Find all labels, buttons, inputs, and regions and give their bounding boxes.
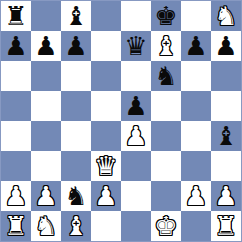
square-h5[interactable] [211, 91, 241, 121]
square-h7[interactable]: ♟ [211, 31, 241, 61]
square-f2[interactable] [151, 181, 181, 211]
square-c6[interactable] [61, 61, 91, 91]
square-b5[interactable] [31, 91, 61, 121]
square-h3[interactable] [211, 151, 241, 181]
square-f7[interactable]: ♝ [151, 31, 181, 61]
square-e6[interactable] [121, 61, 151, 91]
black-queen[interactable]: ♛ [124, 31, 147, 61]
square-c2[interactable]: ♞ [61, 181, 91, 211]
square-f4[interactable] [151, 121, 181, 151]
square-f1[interactable]: ♚ [151, 211, 181, 241]
square-d1[interactable] [91, 211, 121, 241]
square-d8[interactable] [91, 1, 121, 31]
white-bishop[interactable]: ♝ [154, 31, 177, 61]
square-b6[interactable] [31, 61, 61, 91]
black-rook[interactable]: ♜ [4, 1, 27, 31]
white-king[interactable]: ♚ [154, 211, 177, 241]
square-b4[interactable] [31, 121, 61, 151]
square-b7[interactable]: ♟ [31, 31, 61, 61]
square-b3[interactable] [31, 151, 61, 181]
white-bishop[interactable]: ♝ [64, 211, 87, 241]
square-g3[interactable] [181, 151, 211, 181]
black-king[interactable]: ♚ [154, 1, 177, 31]
square-h2[interactable]: ♟ [211, 181, 241, 211]
square-a2[interactable]: ♟ [1, 181, 31, 211]
black-knight[interactable]: ♞ [154, 61, 177, 91]
square-e5[interactable]: ♟ [121, 91, 151, 121]
square-a4[interactable] [1, 121, 31, 151]
white-knight[interactable]: ♞ [214, 1, 237, 31]
black-pawn[interactable]: ♟ [214, 31, 237, 61]
white-queen[interactable]: ♛ [94, 151, 117, 181]
square-h4[interactable]: ♝ [211, 121, 241, 151]
square-a6[interactable] [1, 61, 31, 91]
square-e8[interactable] [121, 1, 151, 31]
square-d2[interactable]: ♟ [91, 181, 121, 211]
black-pawn[interactable]: ♟ [124, 91, 147, 121]
square-c4[interactable] [61, 121, 91, 151]
square-a3[interactable] [1, 151, 31, 181]
black-bishop[interactable]: ♝ [64, 1, 87, 31]
chess-board: ♜♝♚♞♟♟♟♛♝♟♟♞♟♟♝♛♟♟♞♟♟♟♜♞♝♚♜ [0, 0, 242, 242]
square-c5[interactable] [61, 91, 91, 121]
square-d5[interactable] [91, 91, 121, 121]
square-d4[interactable] [91, 121, 121, 151]
square-g7[interactable]: ♟ [181, 31, 211, 61]
square-c1[interactable]: ♝ [61, 211, 91, 241]
square-g8[interactable] [181, 1, 211, 31]
square-f6[interactable]: ♞ [151, 61, 181, 91]
white-pawn[interactable]: ♟ [184, 181, 207, 211]
square-a1[interactable]: ♜ [1, 211, 31, 241]
white-pawn[interactable]: ♟ [214, 181, 237, 211]
square-f5[interactable] [151, 91, 181, 121]
square-e3[interactable] [121, 151, 151, 181]
square-b8[interactable] [31, 1, 61, 31]
square-e7[interactable]: ♛ [121, 31, 151, 61]
square-c7[interactable]: ♟ [61, 31, 91, 61]
square-g5[interactable] [181, 91, 211, 121]
black-bishop[interactable]: ♝ [214, 121, 237, 151]
square-d6[interactable] [91, 61, 121, 91]
square-g4[interactable] [181, 121, 211, 151]
square-d7[interactable] [91, 31, 121, 61]
square-f3[interactable] [151, 151, 181, 181]
white-pawn[interactable]: ♟ [34, 181, 57, 211]
square-e1[interactable] [121, 211, 151, 241]
square-c3[interactable] [61, 151, 91, 181]
square-h1[interactable]: ♜ [211, 211, 241, 241]
square-g6[interactable] [181, 61, 211, 91]
square-c8[interactable]: ♝ [61, 1, 91, 31]
square-b2[interactable]: ♟ [31, 181, 61, 211]
white-rook[interactable]: ♜ [4, 211, 27, 241]
square-a8[interactable]: ♜ [1, 1, 31, 31]
white-rook[interactable]: ♜ [214, 211, 237, 241]
square-b1[interactable]: ♞ [31, 211, 61, 241]
square-a7[interactable]: ♟ [1, 31, 31, 61]
square-d3[interactable]: ♛ [91, 151, 121, 181]
square-e4[interactable]: ♟ [121, 121, 151, 151]
black-knight[interactable]: ♞ [64, 181, 87, 211]
square-f8[interactable]: ♚ [151, 1, 181, 31]
square-g2[interactable]: ♟ [181, 181, 211, 211]
square-h6[interactable] [211, 61, 241, 91]
white-pawn[interactable]: ♟ [94, 181, 117, 211]
white-knight[interactable]: ♞ [34, 211, 57, 241]
square-g1[interactable] [181, 211, 211, 241]
black-pawn[interactable]: ♟ [4, 31, 27, 61]
black-pawn[interactable]: ♟ [184, 31, 207, 61]
white-pawn[interactable]: ♟ [124, 121, 147, 151]
black-pawn[interactable]: ♟ [64, 31, 87, 61]
square-h8[interactable]: ♞ [211, 1, 241, 31]
square-a5[interactable] [1, 91, 31, 121]
white-pawn[interactable]: ♟ [4, 181, 27, 211]
square-e2[interactable] [121, 181, 151, 211]
black-pawn[interactable]: ♟ [34, 31, 57, 61]
